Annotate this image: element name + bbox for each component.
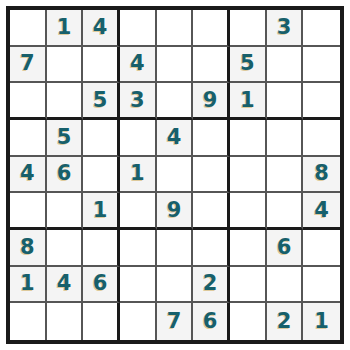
cell-r5c1[interactable]: 4 — [10, 157, 47, 194]
cell-r7c9[interactable] — [303, 230, 340, 267]
cell-r2c8[interactable] — [267, 47, 304, 84]
cell-r8c4[interactable] — [120, 267, 157, 304]
cell-r5c9[interactable]: 8 — [303, 157, 340, 194]
cell-r3c8[interactable] — [267, 83, 304, 120]
cell-r1c7[interactable] — [230, 10, 267, 47]
cell-r9c8[interactable]: 2 — [267, 303, 304, 340]
cell-r2c9[interactable] — [303, 47, 340, 84]
cell-r1c4[interactable] — [120, 10, 157, 47]
cell-r4c8[interactable] — [267, 120, 304, 157]
cell-r3c5[interactable] — [157, 83, 194, 120]
cell-r8c5[interactable] — [157, 267, 194, 304]
cell-r4c3[interactable] — [83, 120, 120, 157]
cell-r7c5[interactable] — [157, 230, 194, 267]
cell-r7c1[interactable]: 8 — [10, 230, 47, 267]
cell-r2c2[interactable] — [47, 47, 84, 84]
cell-r2c3[interactable] — [83, 47, 120, 84]
cell-r3c3[interactable]: 5 — [83, 83, 120, 120]
cell-r5c2[interactable]: 6 — [47, 157, 84, 194]
page: 14374553915446181948614627621 — [0, 0, 350, 350]
cell-r4c2[interactable]: 5 — [47, 120, 84, 157]
cell-r3c6[interactable]: 9 — [193, 83, 230, 120]
cell-r4c1[interactable] — [10, 120, 47, 157]
cell-r4c7[interactable] — [230, 120, 267, 157]
cell-r9c3[interactable] — [83, 303, 120, 340]
cell-r9c2[interactable] — [47, 303, 84, 340]
cell-r5c8[interactable] — [267, 157, 304, 194]
cell-r6c2[interactable] — [47, 193, 84, 230]
cell-r9c5[interactable]: 7 — [157, 303, 194, 340]
cell-r5c7[interactable] — [230, 157, 267, 194]
cell-r6c8[interactable] — [267, 193, 304, 230]
cell-r8c9[interactable] — [303, 267, 340, 304]
cell-r9c6[interactable]: 6 — [193, 303, 230, 340]
cell-r7c7[interactable] — [230, 230, 267, 267]
cell-r2c1[interactable]: 7 — [10, 47, 47, 84]
cell-r5c4[interactable]: 1 — [120, 157, 157, 194]
cell-r1c5[interactable] — [157, 10, 194, 47]
cell-r7c4[interactable] — [120, 230, 157, 267]
cell-r7c8[interactable]: 6 — [267, 230, 304, 267]
cell-r3c7[interactable]: 1 — [230, 83, 267, 120]
cell-r1c6[interactable] — [193, 10, 230, 47]
cell-r7c3[interactable] — [83, 230, 120, 267]
cell-r8c8[interactable] — [267, 267, 304, 304]
cell-r2c4[interactable]: 4 — [120, 47, 157, 84]
cell-r1c3[interactable]: 4 — [83, 10, 120, 47]
cell-r8c1[interactable]: 1 — [10, 267, 47, 304]
cell-r4c4[interactable] — [120, 120, 157, 157]
cell-r1c9[interactable] — [303, 10, 340, 47]
cell-r2c7[interactable]: 5 — [230, 47, 267, 84]
cell-r4c9[interactable] — [303, 120, 340, 157]
cell-r7c2[interactable] — [47, 230, 84, 267]
cell-r3c9[interactable] — [303, 83, 340, 120]
sudoku-board: 14374553915446181948614627621 — [6, 6, 344, 344]
cell-r3c4[interactable]: 3 — [120, 83, 157, 120]
cell-r6c1[interactable] — [10, 193, 47, 230]
cell-r5c5[interactable] — [157, 157, 194, 194]
cell-r3c2[interactable] — [47, 83, 84, 120]
cell-r5c3[interactable] — [83, 157, 120, 194]
cell-r8c2[interactable]: 4 — [47, 267, 84, 304]
cell-r9c4[interactable] — [120, 303, 157, 340]
cell-r4c5[interactable]: 4 — [157, 120, 194, 157]
cell-r8c7[interactable] — [230, 267, 267, 304]
cell-r6c5[interactable]: 9 — [157, 193, 194, 230]
cell-r6c6[interactable] — [193, 193, 230, 230]
cell-r8c3[interactable]: 6 — [83, 267, 120, 304]
cell-r6c4[interactable] — [120, 193, 157, 230]
cell-r2c6[interactable] — [193, 47, 230, 84]
cell-r8c6[interactable]: 2 — [193, 267, 230, 304]
cell-r9c7[interactable] — [230, 303, 267, 340]
cell-r6c9[interactable]: 4 — [303, 193, 340, 230]
cell-r1c2[interactable]: 1 — [47, 10, 84, 47]
cell-r7c6[interactable] — [193, 230, 230, 267]
cell-r9c9[interactable]: 1 — [303, 303, 340, 340]
cell-r1c1[interactable] — [10, 10, 47, 47]
cell-r1c8[interactable]: 3 — [267, 10, 304, 47]
cell-r2c5[interactable] — [157, 47, 194, 84]
cell-r3c1[interactable] — [10, 83, 47, 120]
cell-r6c3[interactable]: 1 — [83, 193, 120, 230]
cell-r5c6[interactable] — [193, 157, 230, 194]
cell-r6c7[interactable] — [230, 193, 267, 230]
cell-r4c6[interactable] — [193, 120, 230, 157]
cell-r9c1[interactable] — [10, 303, 47, 340]
